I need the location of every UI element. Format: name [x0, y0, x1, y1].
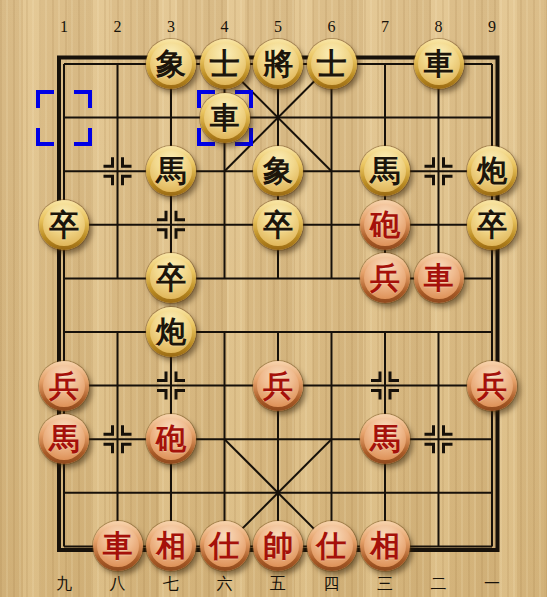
file-label-top: 1 [60, 19, 68, 35]
piece-character: 砲 [156, 424, 186, 454]
piece-character: 仕 [210, 531, 240, 561]
xiangqi-board[interactable]: 123456789 九八七六五四三二一 象士將士車車馬象馬炮卒卒砲卒卒兵車炮兵兵… [0, 0, 547, 597]
piece-red-cannon[interactable]: 砲 [146, 414, 196, 464]
piece-red-horse[interactable]: 馬 [39, 414, 89, 464]
piece-character: 象 [156, 49, 186, 79]
piece-character: 兵 [477, 371, 507, 401]
piece-black-general[interactable]: 將 [253, 39, 303, 89]
file-label-bottom: 七 [163, 576, 179, 592]
file-label-top: 9 [488, 19, 496, 35]
piece-character: 將 [263, 49, 293, 79]
file-label-top: 4 [221, 19, 229, 35]
piece-black-soldier[interactable]: 卒 [467, 200, 517, 250]
piece-character: 兵 [49, 371, 79, 401]
piece-character: 象 [263, 156, 293, 186]
piece-character: 砲 [370, 210, 400, 240]
file-label-bottom: 四 [324, 576, 340, 592]
piece-character: 卒 [49, 210, 79, 240]
piece-character: 帥 [263, 531, 293, 561]
piece-black-horse[interactable]: 馬 [360, 146, 410, 196]
piece-character: 兵 [263, 371, 293, 401]
piece-character: 車 [424, 49, 454, 79]
piece-character: 士 [210, 49, 240, 79]
piece-character: 仕 [317, 531, 347, 561]
piece-character: 炮 [156, 317, 186, 347]
file-label-top: 8 [435, 19, 443, 35]
piece-character: 馬 [49, 424, 79, 454]
piece-red-horse[interactable]: 馬 [360, 414, 410, 464]
piece-black-chariot[interactable]: 車 [414, 39, 464, 89]
piece-character: 炮 [477, 156, 507, 186]
piece-character: 馬 [370, 156, 400, 186]
piece-character: 車 [103, 531, 133, 561]
piece-character: 馬 [156, 156, 186, 186]
piece-black-soldier[interactable]: 卒 [253, 200, 303, 250]
piece-character: 士 [317, 49, 347, 79]
file-label-bottom: 三 [377, 576, 393, 592]
file-label-top: 7 [381, 19, 389, 35]
file-label-bottom: 九 [56, 576, 72, 592]
piece-red-soldier[interactable]: 兵 [39, 361, 89, 411]
piece-red-cannon[interactable]: 砲 [360, 200, 410, 250]
file-label-top: 2 [114, 19, 122, 35]
piece-character: 相 [370, 531, 400, 561]
marker-corner [36, 90, 54, 108]
piece-black-cannon[interactable]: 炮 [467, 146, 517, 196]
file-label-bottom: 一 [484, 576, 500, 592]
piece-red-chariot[interactable]: 車 [93, 521, 143, 571]
piece-black-horse[interactable]: 馬 [146, 146, 196, 196]
file-label-bottom: 二 [431, 576, 447, 592]
piece-red-chariot[interactable]: 車 [414, 253, 464, 303]
piece-black-elephant[interactable]: 象 [146, 39, 196, 89]
piece-character: 馬 [370, 424, 400, 454]
marker-corner [74, 90, 92, 108]
piece-black-elephant[interactable]: 象 [253, 146, 303, 196]
piece-character: 卒 [477, 210, 507, 240]
piece-red-soldier[interactable]: 兵 [467, 361, 517, 411]
file-label-bottom: 八 [110, 576, 126, 592]
piece-character: 兵 [370, 263, 400, 293]
piece-character: 相 [156, 531, 186, 561]
piece-black-cannon[interactable]: 炮 [146, 307, 196, 357]
file-label-bottom: 五 [270, 576, 286, 592]
file-label-top: 6 [328, 19, 336, 35]
piece-red-advisor[interactable]: 仕 [307, 521, 357, 571]
piece-red-soldier[interactable]: 兵 [253, 361, 303, 411]
piece-black-advisor[interactable]: 士 [200, 39, 250, 89]
piece-character: 卒 [263, 210, 293, 240]
marker-corner [36, 128, 54, 146]
piece-character: 卒 [156, 263, 186, 293]
piece-black-chariot[interactable]: 車 [200, 93, 250, 143]
file-label-top: 5 [274, 19, 282, 35]
piece-character: 車 [210, 103, 240, 133]
marker-corner [74, 128, 92, 146]
file-label-bottom: 六 [217, 576, 233, 592]
piece-black-soldier[interactable]: 卒 [39, 200, 89, 250]
piece-black-advisor[interactable]: 士 [307, 39, 357, 89]
piece-character: 車 [424, 263, 454, 293]
piece-red-advisor[interactable]: 仕 [200, 521, 250, 571]
move-from-marker [36, 90, 92, 146]
file-label-top: 3 [167, 19, 175, 35]
